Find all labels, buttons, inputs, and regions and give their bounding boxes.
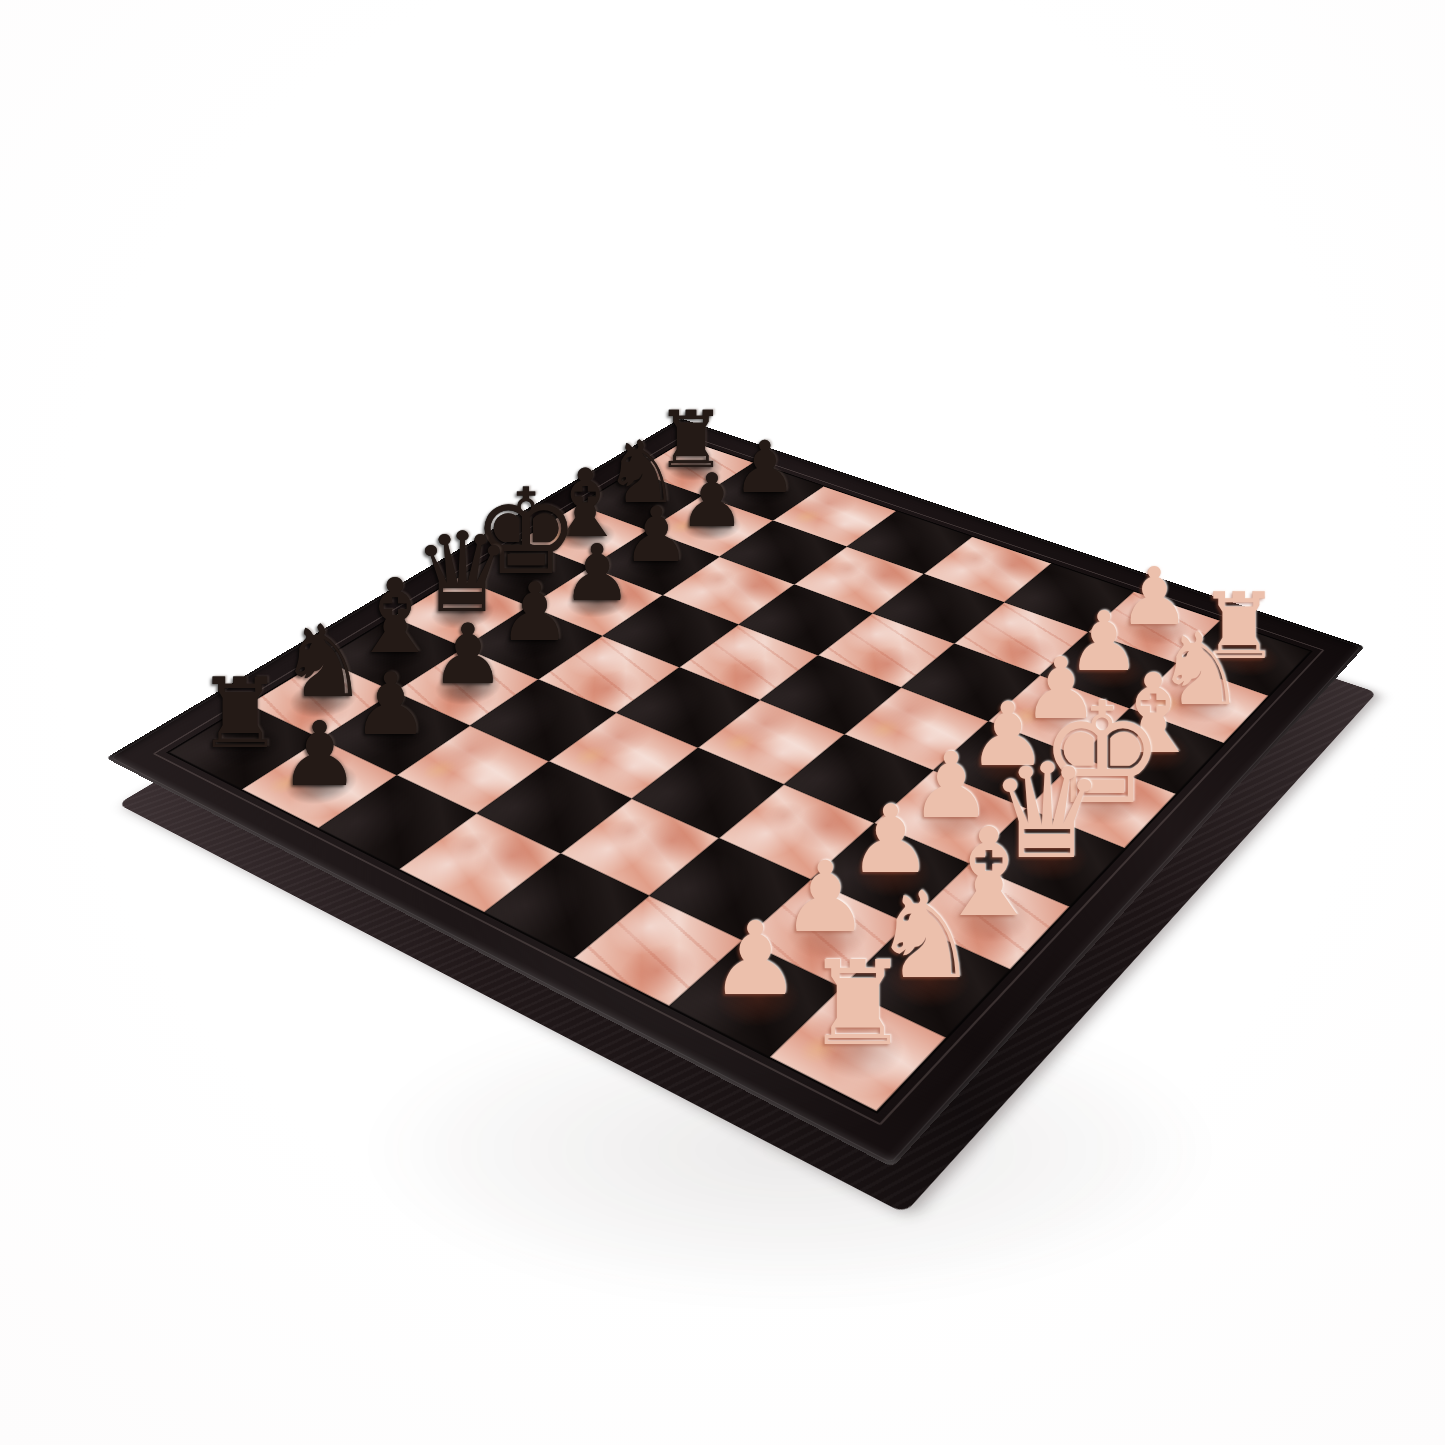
piece-black-pawn-f7: ♟ <box>622 498 690 574</box>
piece-black-pawn-b7: ♟ <box>352 661 429 747</box>
piece-black-pawn-d7: ♟ <box>499 573 571 654</box>
piece-black-pawn-a7: ♟ <box>280 710 360 799</box>
piece-rose-pawn-a2: ♟ <box>710 909 801 1011</box>
product-photo: ♜♞♝♛♚♝♞♜♟♟♟♟♟♟♟♟♟♟♟♟♟♟♟♟♜♞♝♛♚♝♞♜ <box>0 0 1445 1445</box>
piece-rose-rook-a1: ♜ <box>805 945 910 1062</box>
piece-black-pawn-e7: ♟ <box>562 534 632 612</box>
piece-black-rook-a8: ♜ <box>196 665 283 762</box>
piece-black-pawn-c7: ♟ <box>431 613 505 696</box>
